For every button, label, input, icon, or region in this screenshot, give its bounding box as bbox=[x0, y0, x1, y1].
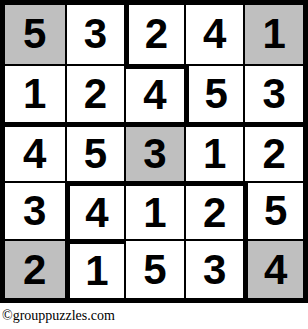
cell-r2c2: 2 bbox=[65, 64, 125, 123]
cell-r1c4: 4 bbox=[184, 5, 244, 64]
cell-r4c1: 3 bbox=[5, 181, 65, 240]
cell-r4c2: 4 bbox=[65, 181, 125, 240]
cell-r5c2: 1 bbox=[65, 239, 125, 298]
cell-r3c1: 4 bbox=[5, 122, 65, 181]
cell-r2c4: 5 bbox=[184, 64, 244, 123]
cell-r5c5: 4 bbox=[243, 239, 303, 298]
cell-r1c5: 1 bbox=[243, 5, 303, 64]
cell-r1c3: 2 bbox=[124, 5, 184, 64]
cell-r2c1: 1 bbox=[5, 64, 65, 123]
copyright-text: ©grouppuzzles.com bbox=[2, 308, 115, 324]
cell-r2c3: 4 bbox=[124, 64, 184, 123]
cell-r1c1: 5 bbox=[5, 5, 65, 64]
cell-r2c5: 3 bbox=[243, 64, 303, 123]
cell-r4c3: 1 bbox=[124, 181, 184, 240]
cell-r3c5: 2 bbox=[243, 122, 303, 181]
cell-r5c4: 3 bbox=[184, 239, 244, 298]
cell-r3c2: 5 bbox=[65, 122, 125, 181]
cell-r1c2: 3 bbox=[65, 5, 125, 64]
cell-r5c3: 5 bbox=[124, 239, 184, 298]
cell-r3c4: 1 bbox=[184, 122, 244, 181]
cell-r4c4: 2 bbox=[184, 181, 244, 240]
puzzle-page: 5324112453453123412521534 ©grouppuzzles.… bbox=[0, 0, 308, 329]
board: 5324112453453123412521534 bbox=[0, 0, 308, 303]
cell-r4c5: 5 bbox=[243, 181, 303, 240]
cell-r3c3: 3 bbox=[124, 122, 184, 181]
cell-r5c1: 2 bbox=[5, 239, 65, 298]
